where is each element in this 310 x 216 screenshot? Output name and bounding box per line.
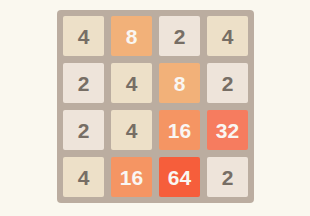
- tile-4: 4: [111, 63, 152, 103]
- 2048-board[interactable]: 48242482241632416642: [57, 10, 254, 203]
- tile-32: 32: [207, 110, 248, 150]
- page: 48242482241632416642: [0, 0, 310, 216]
- tile-4: 4: [111, 110, 152, 150]
- tile-2: 2: [63, 110, 104, 150]
- tile-2: 2: [207, 157, 248, 197]
- tile-2: 2: [159, 16, 200, 56]
- tile-8: 8: [159, 63, 200, 103]
- tile-16: 16: [111, 157, 152, 197]
- tile-64: 64: [159, 157, 200, 197]
- tile-8: 8: [111, 16, 152, 56]
- tile-4: 4: [63, 16, 104, 56]
- tile-4: 4: [63, 157, 104, 197]
- tile-2: 2: [63, 63, 104, 103]
- tile-4: 4: [207, 16, 248, 56]
- tile-16: 16: [159, 110, 200, 150]
- tile-2: 2: [207, 63, 248, 103]
